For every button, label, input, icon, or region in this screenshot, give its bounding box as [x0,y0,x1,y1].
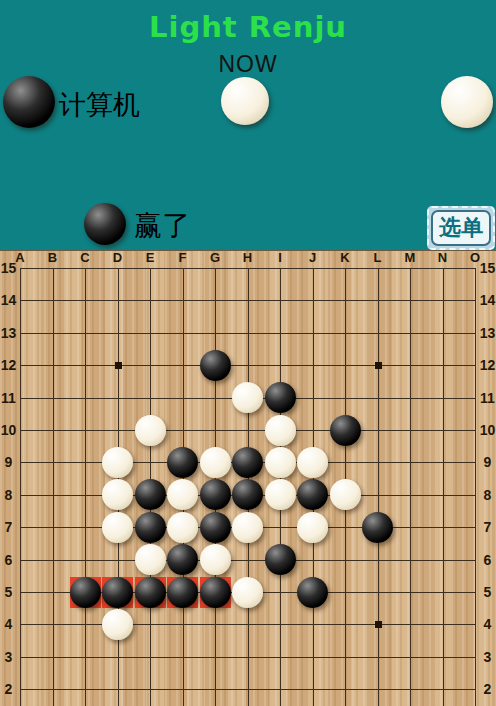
row-label-left-6: 6 [0,552,17,568]
row-label-left-8: 8 [0,487,17,503]
column-label-B: B [44,250,61,266]
grid-line-vertical [443,268,444,706]
star-point-D12 [115,362,122,369]
row-label-left-9: 9 [0,454,17,470]
row-label-left-14: 14 [0,292,17,308]
column-label-C: C [77,250,94,266]
stone-white-H7 [232,512,263,543]
column-label-K: K [337,250,354,266]
stone-white-K8 [330,479,361,510]
stone-white-J7 [297,512,328,543]
stone-white-G9 [200,447,231,478]
grid-line-horizontal [20,657,476,658]
star-point-L4 [375,621,382,628]
row-label-right-9: 9 [479,454,496,470]
stone-white-D8 [102,479,133,510]
row-label-left-11: 11 [0,390,17,406]
stone-black-H8 [232,479,263,510]
column-label-N: N [434,250,451,266]
stone-black-I6 [265,544,296,575]
row-label-right-14: 14 [479,292,496,308]
board[interactable]: ABCDEFGHIJKLMNO1515141413131212111110109… [0,0,496,706]
stone-white-D4 [102,609,133,640]
row-label-right-15: 15 [479,260,496,276]
row-label-right-3: 3 [479,649,496,665]
stone-white-I9 [265,447,296,478]
row-label-right-13: 13 [479,325,496,341]
row-label-right-12: 12 [479,357,496,373]
column-label-M: M [402,250,419,266]
row-label-left-10: 10 [0,422,17,438]
stone-black-I11 [265,382,296,413]
stone-black-J8 [297,479,328,510]
stone-white-F8 [167,479,198,510]
stone-black-E7 [135,512,166,543]
stone-black-G8 [200,479,231,510]
stone-black-K10 [330,415,361,446]
row-label-left-7: 7 [0,519,17,535]
stone-white-H5 [232,577,263,608]
grid-line-vertical [410,268,411,706]
row-label-left-13: 13 [0,325,17,341]
stone-black-D5 [102,577,133,608]
row-label-right-6: 6 [479,552,496,568]
row-label-right-5: 5 [479,584,496,600]
row-label-right-2: 2 [479,681,496,697]
stone-black-F5 [167,577,198,608]
column-label-L: L [369,250,386,266]
stone-black-H9 [232,447,263,478]
row-label-left-12: 12 [0,357,17,373]
stone-white-I8 [265,479,296,510]
stone-black-G7 [200,512,231,543]
stone-black-G12 [200,350,231,381]
column-label-G: G [207,250,224,266]
stone-white-I10 [265,415,296,446]
column-label-J: J [304,250,321,266]
row-label-left-5: 5 [0,584,17,600]
stone-white-E10 [135,415,166,446]
stone-black-E8 [135,479,166,510]
stone-white-J9 [297,447,328,478]
row-label-right-10: 10 [479,422,496,438]
stone-black-F6 [167,544,198,575]
row-label-left-2: 2 [0,681,17,697]
stone-white-G6 [200,544,231,575]
row-label-right-8: 8 [479,487,496,503]
grid-line-vertical [378,268,379,706]
column-label-F: F [174,250,191,266]
grid-line-horizontal [20,624,476,625]
stone-white-H11 [232,382,263,413]
stone-black-F9 [167,447,198,478]
grid-line-horizontal [20,560,476,561]
app-window: Light Renju NOW 计算机 赢了 选单 ABCDEFGHIJKLMN… [0,0,496,706]
stone-black-L7 [362,512,393,543]
stone-black-J5 [297,577,328,608]
column-label-E: E [142,250,159,266]
stone-white-F7 [167,512,198,543]
row-label-right-4: 4 [479,616,496,632]
stone-black-G5 [200,577,231,608]
column-label-I: I [272,250,289,266]
stone-black-C5 [70,577,101,608]
stone-white-D7 [102,512,133,543]
row-label-left-15: 15 [0,260,17,276]
column-label-H: H [239,250,256,266]
stone-white-E6 [135,544,166,575]
column-label-D: D [109,250,126,266]
row-label-left-3: 3 [0,649,17,665]
row-label-right-7: 7 [479,519,496,535]
grid-line-horizontal [20,689,476,690]
grid-line-vertical [475,268,476,706]
row-label-left-4: 4 [0,616,17,632]
stone-white-D9 [102,447,133,478]
stone-black-E5 [135,577,166,608]
star-point-L12 [375,362,382,369]
row-label-right-11: 11 [479,390,496,406]
